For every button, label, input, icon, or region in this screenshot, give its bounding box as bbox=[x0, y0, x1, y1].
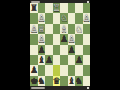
square-g8[interactable]: ♞ bbox=[38, 76, 46, 86]
status-icon-bottom[interactable] bbox=[87, 87, 89, 89]
square-d2[interactable]: ♘ bbox=[60, 13, 68, 23]
piece-white-knight[interactable]: ♘ bbox=[60, 13, 68, 23]
square-h7[interactable]: ♟ bbox=[30, 65, 38, 75]
piece-black-pawn[interactable]: ♟ bbox=[45, 55, 53, 65]
square-h8[interactable]: ♚ bbox=[30, 76, 38, 86]
square-f1[interactable] bbox=[45, 3, 53, 13]
square-d1[interactable] bbox=[60, 3, 68, 13]
square-f3[interactable] bbox=[45, 24, 53, 34]
piece-white-pawn[interactable]: ♙ bbox=[30, 24, 38, 34]
piece-white-rook[interactable]: ♖ bbox=[53, 3, 61, 13]
square-g7[interactable] bbox=[38, 65, 46, 75]
square-f5[interactable] bbox=[45, 45, 53, 55]
square-g1[interactable] bbox=[38, 3, 46, 13]
square-c4[interactable]: ♙ bbox=[68, 34, 76, 44]
square-b7[interactable] bbox=[75, 65, 83, 75]
piece-black-pawn[interactable]: ♟ bbox=[75, 55, 83, 65]
square-a6[interactable] bbox=[83, 55, 91, 65]
player-bar bbox=[30, 86, 90, 90]
piece-white-pawn[interactable]: ♙ bbox=[83, 13, 91, 23]
square-h6[interactable] bbox=[30, 55, 38, 65]
letterbox-left bbox=[0, 0, 30, 90]
square-e3[interactable] bbox=[53, 24, 61, 34]
square-e6[interactable] bbox=[53, 55, 61, 65]
square-d6[interactable] bbox=[60, 55, 68, 65]
square-d8[interactable] bbox=[60, 76, 68, 86]
square-a7[interactable] bbox=[83, 65, 91, 75]
square-c3[interactable] bbox=[68, 24, 76, 34]
square-a5[interactable] bbox=[83, 45, 91, 55]
square-a8[interactable] bbox=[83, 76, 91, 86]
square-e5[interactable] bbox=[53, 45, 61, 55]
piece-black-pawn[interactable]: ♟ bbox=[60, 34, 68, 44]
square-d5[interactable] bbox=[60, 45, 68, 55]
square-a4[interactable] bbox=[83, 34, 91, 44]
piece-white-bishop[interactable]: ♗ bbox=[60, 24, 68, 34]
square-e8[interactable]: ♛ bbox=[53, 76, 61, 86]
square-f2[interactable] bbox=[45, 13, 53, 23]
piece-white-knight[interactable]: ♘ bbox=[75, 24, 83, 34]
chess-app-view: ♜♖♙♘♙♙♕♗♘♙♟♙♟♟♝♟♟♟♚♞♛♝♞ bbox=[30, 0, 90, 90]
square-a1[interactable] bbox=[83, 3, 91, 13]
square-g3[interactable]: ♕ bbox=[38, 24, 46, 34]
square-h2[interactable] bbox=[30, 13, 38, 23]
square-b2[interactable] bbox=[75, 13, 83, 23]
square-h4[interactable] bbox=[30, 34, 38, 44]
square-a3[interactable] bbox=[83, 24, 91, 34]
piece-black-pawn[interactable]: ♟ bbox=[30, 65, 38, 75]
letterbox-right bbox=[90, 0, 120, 90]
square-a2[interactable]: ♙ bbox=[83, 13, 91, 23]
square-c7[interactable] bbox=[68, 65, 76, 75]
video-frame: ♜♖♙♘♙♙♕♗♘♙♟♙♟♟♝♟♟♟♚♞♛♝♞ bbox=[0, 0, 120, 90]
piece-black-pawn[interactable]: ♟ bbox=[38, 45, 46, 55]
square-c1[interactable] bbox=[68, 3, 76, 13]
square-b1[interactable] bbox=[75, 3, 83, 13]
piece-white-pawn[interactable]: ♙ bbox=[38, 34, 46, 44]
square-f4[interactable] bbox=[45, 34, 53, 44]
piece-black-knight[interactable]: ♞ bbox=[38, 76, 46, 86]
piece-black-bishop[interactable]: ♝ bbox=[38, 55, 46, 65]
square-b5[interactable] bbox=[75, 45, 83, 55]
square-g5[interactable]: ♟ bbox=[38, 45, 46, 55]
square-f6[interactable]: ♟ bbox=[45, 55, 53, 65]
player-name-text bbox=[31, 87, 45, 89]
square-h3[interactable]: ♙ bbox=[30, 24, 38, 34]
square-e4[interactable] bbox=[53, 34, 61, 44]
square-b8[interactable]: ♞ bbox=[75, 76, 83, 86]
chess-board[interactable]: ♜♖♙♘♙♙♕♗♘♙♟♙♟♟♝♟♟♟♚♞♛♝♞ bbox=[30, 3, 90, 86]
square-g6[interactable]: ♝ bbox=[38, 55, 46, 65]
square-e7[interactable] bbox=[53, 65, 61, 75]
square-g2[interactable]: ♙ bbox=[38, 13, 46, 23]
piece-white-queen[interactable]: ♕ bbox=[38, 24, 46, 34]
square-d4[interactable]: ♟ bbox=[60, 34, 68, 44]
square-b6[interactable]: ♟ bbox=[75, 55, 83, 65]
piece-black-queen[interactable]: ♛ bbox=[53, 76, 61, 86]
piece-white-pawn[interactable]: ♙ bbox=[68, 34, 76, 44]
square-c2[interactable] bbox=[68, 13, 76, 23]
square-c6[interactable] bbox=[68, 55, 76, 65]
square-g4[interactable]: ♙ bbox=[38, 34, 46, 44]
square-b4[interactable] bbox=[75, 34, 83, 44]
square-h5[interactable] bbox=[30, 45, 38, 55]
piece-black-bishop[interactable]: ♝ bbox=[68, 76, 76, 86]
piece-white-pawn[interactable]: ♙ bbox=[38, 13, 46, 23]
square-e1[interactable]: ♖ bbox=[53, 3, 61, 13]
square-h1[interactable]: ♜ bbox=[30, 3, 38, 13]
piece-black-king[interactable]: ♚ bbox=[30, 76, 38, 86]
piece-black-knight[interactable]: ♞ bbox=[75, 76, 83, 86]
piece-black-pawn[interactable]: ♟ bbox=[68, 45, 76, 55]
piece-black-rook[interactable]: ♜ bbox=[30, 3, 38, 13]
square-f7[interactable] bbox=[45, 65, 53, 75]
square-b3[interactable]: ♘ bbox=[75, 24, 83, 34]
square-c5[interactable]: ♟ bbox=[68, 45, 76, 55]
square-f8[interactable] bbox=[45, 76, 53, 86]
square-e2[interactable] bbox=[53, 13, 61, 23]
square-c8[interactable]: ♝ bbox=[68, 76, 76, 86]
square-d3[interactable]: ♗ bbox=[60, 24, 68, 34]
square-d7[interactable] bbox=[60, 65, 68, 75]
